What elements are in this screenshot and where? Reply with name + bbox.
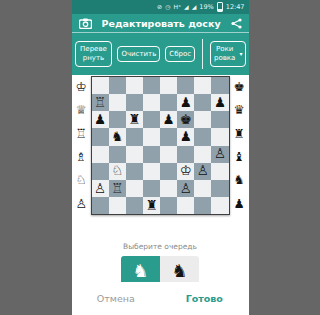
clear-board-button[interactable]: Очистить <box>117 46 160 63</box>
square-c1[interactable] <box>126 197 143 214</box>
data-saver-icon: ⊘ <box>157 4 162 10</box>
square-h1[interactable] <box>211 197 228 214</box>
square-g7[interactable] <box>194 94 211 111</box>
square-g1[interactable] <box>194 197 211 214</box>
palette-white-q[interactable]: ♕ <box>75 104 86 117</box>
square-h2[interactable] <box>211 180 228 197</box>
square-g6[interactable] <box>194 111 211 128</box>
square-f3[interactable]: ♔ <box>177 163 194 180</box>
square-d5[interactable] <box>143 128 160 145</box>
square-a8[interactable] <box>92 77 109 94</box>
palette-white-r[interactable]: ♖ <box>75 128 86 141</box>
square-d3[interactable] <box>143 163 160 180</box>
square-g5[interactable] <box>194 128 211 145</box>
square-a4[interactable] <box>92 146 109 163</box>
white-k-piece: ♔ <box>180 164 192 178</box>
board-zone: ♔♕♖♗♘♙ ♖♟♟♟♜♟♚♞♟♙♘♔♙♙♖♙♜ ♚♛♜♝♞♟ <box>72 75 249 216</box>
palette-white-k[interactable]: ♔ <box>75 81 86 94</box>
white-p-piece: ♙ <box>180 182 192 196</box>
camera-icon[interactable] <box>79 18 92 29</box>
palette-white-p[interactable]: ♙ <box>75 198 86 211</box>
square-e3[interactable] <box>160 163 177 180</box>
square-c8[interactable] <box>126 77 143 94</box>
turn-selector-label: Выберите очередь <box>72 242 249 251</box>
black-p-piece: ♟ <box>180 130 192 144</box>
square-d7[interactable] <box>143 94 160 111</box>
white-r-piece: ♖ <box>111 182 123 196</box>
flip-board-button[interactable]: Перевернуть <box>75 41 113 67</box>
square-f4[interactable] <box>177 146 194 163</box>
square-f8[interactable] <box>177 77 194 94</box>
square-b1[interactable] <box>109 197 126 214</box>
square-g8[interactable] <box>194 77 211 94</box>
square-e2[interactable] <box>160 180 177 197</box>
palette-black-b[interactable]: ♝ <box>233 151 244 164</box>
palette-black-n[interactable]: ♞ <box>233 174 244 187</box>
square-h5[interactable] <box>211 128 228 145</box>
castling-dropdown-button[interactable]: Рокировка ▾ <box>210 41 246 67</box>
square-h8[interactable] <box>211 77 228 94</box>
palette-black-k[interactable]: ♚ <box>233 81 244 94</box>
black-k-piece: ♚ <box>180 113 192 127</box>
chess-board: ♖♟♟♟♜♟♚♞♟♙♘♔♙♙♖♙♜ <box>91 76 230 215</box>
turn-toggle: ♞ ♞ <box>72 256 249 285</box>
reset-board-button[interactable]: Сброс <box>165 46 195 63</box>
square-c2[interactable] <box>126 180 143 197</box>
square-c5[interactable] <box>126 128 143 145</box>
square-g2[interactable] <box>194 180 211 197</box>
square-h4[interactable]: ♙ <box>211 146 228 163</box>
square-d1[interactable]: ♜ <box>143 197 160 214</box>
palette-black-p[interactable]: ♟ <box>233 198 244 211</box>
alarm-icon: ◷ <box>165 4 170 10</box>
square-c4[interactable] <box>126 146 143 163</box>
square-g3[interactable]: ♙ <box>194 163 211 180</box>
battery-icon <box>217 2 223 12</box>
square-f5[interactable]: ♟ <box>177 128 194 145</box>
wifi-signal-icon: ◢ <box>192 4 197 10</box>
white-piece-palette: ♔♕♖♗♘♙ <box>72 76 91 216</box>
square-d4[interactable] <box>143 146 160 163</box>
square-e5[interactable] <box>160 128 177 145</box>
square-a5[interactable] <box>92 128 109 145</box>
white-p-piece: ♙ <box>94 182 106 196</box>
square-g4[interactable] <box>194 146 211 163</box>
share-icon[interactable] <box>231 18 242 29</box>
black-p-piece: ♟ <box>94 113 106 127</box>
black-p-piece: ♟ <box>214 96 226 110</box>
square-h3[interactable] <box>211 163 228 180</box>
white-p-piece: ♙ <box>197 164 209 178</box>
done-button[interactable]: Готово <box>160 293 249 304</box>
black-p-piece: ♟ <box>163 113 175 127</box>
square-b5[interactable]: ♞ <box>109 128 126 145</box>
square-b2[interactable]: ♖ <box>109 180 126 197</box>
toolbar-divider <box>202 39 203 69</box>
square-f7[interactable]: ♟ <box>177 94 194 111</box>
square-a3[interactable] <box>92 163 109 180</box>
status-bar: ⊘ ◷ H⁺ ◢ ◢ 19% 12:47 <box>72 0 249 14</box>
clock-text: 12:47 <box>226 3 245 11</box>
square-e1[interactable] <box>160 197 177 214</box>
palette-white-b[interactable]: ♗ <box>75 151 86 164</box>
app-bar: Редактировать доску <box>72 14 249 33</box>
white-p-piece: ♙ <box>214 147 226 161</box>
square-a7[interactable]: ♖ <box>92 94 109 111</box>
black-p-piece: ♟ <box>180 96 192 110</box>
square-e7[interactable] <box>160 94 177 111</box>
square-a6[interactable]: ♟ <box>92 111 109 128</box>
square-b8[interactable] <box>109 77 126 94</box>
palette-white-n[interactable]: ♘ <box>75 174 86 187</box>
square-d2[interactable] <box>143 180 160 197</box>
square-b6[interactable] <box>109 111 126 128</box>
square-f1[interactable] <box>177 197 194 214</box>
square-e6[interactable]: ♟ <box>160 111 177 128</box>
cancel-button[interactable]: Отмена <box>72 293 161 304</box>
square-h7[interactable]: ♟ <box>211 94 228 111</box>
square-b7[interactable] <box>109 94 126 111</box>
square-f6[interactable]: ♚ <box>177 111 194 128</box>
black-r-piece: ♜ <box>128 113 140 127</box>
white-n-piece: ♘ <box>111 164 123 178</box>
signal-icon: ◢ <box>184 4 189 10</box>
square-h6[interactable] <box>211 111 228 128</box>
square-e4[interactable] <box>160 146 177 163</box>
square-f2[interactable]: ♙ <box>177 180 194 197</box>
board-toolbar: Перевернуть Очистить Сброс Рокировка ▾ <box>72 33 249 75</box>
palette-black-q[interactable]: ♛ <box>233 104 244 117</box>
page-title: Редактировать доску <box>102 18 231 29</box>
black-turn-button[interactable]: ♞ <box>160 256 199 285</box>
white-r-piece: ♖ <box>94 96 106 110</box>
edit-board-screen: ⊘ ◷ H⁺ ◢ ◢ 19% 12:47 Редактировать доску <box>72 0 249 315</box>
square-c7[interactable] <box>126 94 143 111</box>
footer-bar: Отмена Готово <box>72 282 249 315</box>
battery-percent: 19% <box>199 3 213 11</box>
network-hplus-icon: H⁺ <box>173 4 181 10</box>
square-c6[interactable]: ♜ <box>126 111 143 128</box>
square-b4[interactable] <box>109 146 126 163</box>
black-piece-palette: ♚♛♜♝♞♟ <box>230 76 249 216</box>
black-n-piece: ♞ <box>111 130 123 144</box>
square-a1[interactable] <box>92 197 109 214</box>
white-turn-button[interactable]: ♞ <box>121 256 160 285</box>
square-d8[interactable] <box>143 77 160 94</box>
square-c3[interactable] <box>126 163 143 180</box>
square-e8[interactable] <box>160 77 177 94</box>
chevron-down-icon: ▾ <box>239 50 242 58</box>
square-a2[interactable]: ♙ <box>92 180 109 197</box>
black-r-piece: ♜ <box>145 199 157 213</box>
palette-black-r[interactable]: ♜ <box>233 128 244 141</box>
square-d6[interactable] <box>143 111 160 128</box>
square-b3[interactable]: ♘ <box>109 163 126 180</box>
